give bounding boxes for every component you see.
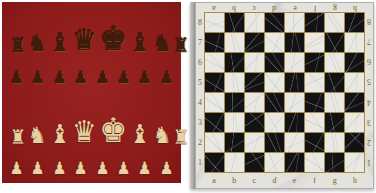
square-d6: [265, 53, 284, 72]
light-piece-n-icon: ♞: [152, 124, 171, 147]
rank-label-right-8: 8: [365, 12, 373, 32]
square-a6: [205, 53, 224, 72]
square-g5: [325, 73, 344, 92]
square-a7: [205, 33, 224, 52]
square-c3: [245, 113, 264, 132]
file-label-bottom-h: h: [345, 177, 365, 185]
light-piece-p-icon: ♟: [117, 160, 131, 177]
file-label-bottom-g: g: [325, 177, 345, 185]
square-d8: [265, 13, 284, 32]
square-d1: [265, 153, 284, 172]
product-photos: ♜♞♝♛♚♝♞♜ ♟♟♟♟♟♟♟♟ ♜♞♝♛♚♝♞♜ ♟♟♟♟♟♟♟♟ abcd…: [0, 0, 376, 193]
square-b5: [225, 73, 244, 92]
rank-label-right-7: 7: [365, 32, 373, 52]
rank-label-left-4: 4: [196, 93, 204, 113]
dark-piece-r-icon: ♜: [173, 35, 190, 55]
dark-piece-p-icon: ♟: [138, 69, 152, 86]
tray-row-dark-pawns: ♟♟♟♟♟♟♟♟: [7, 63, 176, 86]
square-d5: [265, 73, 284, 92]
square-h4: [345, 93, 364, 112]
square-f4: [305, 93, 324, 112]
square-e4: [285, 93, 304, 112]
square-b4: [225, 93, 244, 112]
square-d4: [265, 93, 284, 112]
square-e7: [285, 33, 304, 52]
file-label-bottom-f: f: [305, 177, 325, 185]
square-d3: [265, 113, 284, 132]
square-e1: [285, 153, 304, 172]
file-label-top-d: d: [264, 4, 284, 12]
file-label-bottom-a: a: [204, 177, 224, 185]
square-f5: [305, 73, 324, 92]
square-c6: [245, 53, 264, 72]
square-h5: [345, 73, 364, 92]
file-label-bottom-e: e: [285, 177, 305, 185]
square-f8: [305, 13, 324, 32]
file-label-top-b: b: [224, 4, 244, 12]
square-f1: [305, 153, 324, 172]
rank-label-left-1: 1: [196, 153, 204, 173]
dark-piece-p-icon: ♟: [74, 69, 88, 86]
square-a4: [205, 93, 224, 112]
square-e3: [285, 113, 304, 132]
square-c1: [245, 153, 264, 172]
square-h6: [345, 53, 364, 72]
square-b8: [225, 13, 244, 32]
rank-label-left-5: 5: [196, 72, 204, 92]
light-piece-b-icon: ♝: [129, 121, 150, 147]
light-piece-r-icon: ♜: [173, 127, 190, 147]
tray-row-light-pawns: ♟♟♟♟♟♟♟♟: [7, 153, 176, 177]
file-label-top-f: f: [305, 4, 325, 12]
square-g1: [325, 153, 344, 172]
dark-piece-p-icon: ♟: [117, 69, 131, 86]
square-d2: [265, 133, 284, 152]
square-c2: [245, 133, 264, 152]
file-label-top-e: e: [285, 4, 305, 12]
square-h3: [345, 113, 364, 132]
file-label-top-h: h: [345, 4, 365, 12]
rank-label-left-2: 2: [196, 133, 204, 153]
square-g3: [325, 113, 344, 132]
tray-row-dark-majors: ♜♞♝♛♚♝♞♜: [7, 6, 176, 55]
rank-label-left-3: 3: [196, 113, 204, 133]
square-f7: [305, 33, 324, 52]
square-e2: [285, 133, 304, 152]
square-f2: [305, 133, 324, 152]
square-a3: [205, 113, 224, 132]
dark-piece-p-icon: ♟: [95, 69, 109, 86]
square-g6: [325, 53, 344, 72]
file-label-top-a: a: [204, 4, 224, 12]
square-e5: [285, 73, 304, 92]
square-d7: [265, 33, 284, 52]
light-piece-p-icon: ♟: [138, 160, 152, 177]
dark-piece-k-icon: ♚: [99, 21, 127, 55]
light-piece-n-icon: ♞: [28, 124, 47, 147]
rank-labels-right: 87654321: [365, 12, 373, 173]
light-piece-k-icon: ♚: [99, 113, 127, 147]
square-b3: [225, 113, 244, 132]
square-c8: [245, 13, 264, 32]
dark-piece-n-icon: ♞: [28, 32, 47, 55]
light-piece-p-icon: ♟: [74, 160, 88, 177]
rank-label-right-2: 2: [365, 133, 373, 153]
square-a8: [205, 13, 224, 32]
square-b2: [225, 133, 244, 152]
file-label-bottom-c: c: [244, 177, 264, 185]
file-label-bottom-b: b: [224, 177, 244, 185]
square-a2: [205, 133, 224, 152]
rank-label-right-4: 4: [365, 93, 373, 113]
dark-piece-p-icon: ♟: [52, 69, 66, 86]
square-g8: [325, 13, 344, 32]
light-piece-p-icon: ♟: [159, 160, 173, 177]
square-g7: [325, 33, 344, 52]
square-f6: [305, 53, 324, 72]
square-b1: [225, 153, 244, 172]
square-g2: [325, 133, 344, 152]
board-squares: [204, 12, 365, 173]
light-piece-p-icon: ♟: [10, 160, 24, 177]
file-label-top-c: c: [244, 4, 264, 12]
light-piece-p-icon: ♟: [31, 160, 45, 177]
light-piece-b-icon: ♝: [48, 121, 69, 147]
marble-board-photo[interactable]: abcdefgh 87654321 87654321 abcdefgh: [190, 2, 374, 189]
pieces-tray-photo[interactable]: ♜♞♝♛♚♝♞♜ ♟♟♟♟♟♟♟♟ ♜♞♝♛♚♝♞♜ ♟♟♟♟♟♟♟♟: [2, 2, 181, 183]
square-g4: [325, 93, 344, 112]
square-h8: [345, 13, 364, 32]
square-f3: [305, 113, 324, 132]
tray-row-light-majors: ♜♞♝♛♚♝♞♜: [7, 100, 176, 147]
square-h1: [345, 153, 364, 172]
rank-label-right-1: 1: [365, 153, 373, 173]
square-b6: [225, 53, 244, 72]
light-piece-p-icon: ♟: [95, 160, 109, 177]
file-labels-top: abcdefgh: [204, 3, 365, 12]
dark-piece-p-icon: ♟: [159, 69, 173, 86]
dark-piece-b-icon: ♝: [129, 29, 150, 55]
dark-piece-r-icon: ♜: [10, 35, 27, 55]
square-h2: [345, 133, 364, 152]
rank-label-left-6: 6: [196, 52, 204, 72]
rank-labels-left: 87654321: [196, 12, 204, 173]
light-piece-r-icon: ♜: [10, 127, 27, 147]
dark-piece-p-icon: ♟: [10, 69, 24, 86]
square-a1: [205, 153, 224, 172]
square-c7: [245, 33, 264, 52]
light-piece-p-icon: ♟: [52, 160, 66, 177]
file-label-bottom-d: d: [264, 177, 284, 185]
rank-label-left-8: 8: [196, 12, 204, 32]
square-e8: [285, 13, 304, 32]
square-b7: [225, 33, 244, 52]
square-h7: [345, 33, 364, 52]
square-c4: [245, 93, 264, 112]
rank-label-right-6: 6: [365, 52, 373, 72]
dark-piece-p-icon: ♟: [31, 69, 45, 86]
square-e6: [285, 53, 304, 72]
dark-piece-q-icon: ♛: [72, 25, 97, 55]
light-piece-q-icon: ♛: [72, 117, 97, 147]
file-labels-bottom: abcdefgh: [204, 173, 365, 188]
square-c5: [245, 73, 264, 92]
dark-piece-b-icon: ♝: [48, 29, 69, 55]
file-label-top-g: g: [325, 4, 345, 12]
rank-label-right-5: 5: [365, 72, 373, 92]
board-face: abcdefgh 87654321 87654321 abcdefgh: [195, 2, 374, 189]
dark-piece-n-icon: ♞: [152, 32, 171, 55]
rank-label-right-3: 3: [365, 113, 373, 133]
square-a5: [205, 73, 224, 92]
rank-label-left-7: 7: [196, 32, 204, 52]
